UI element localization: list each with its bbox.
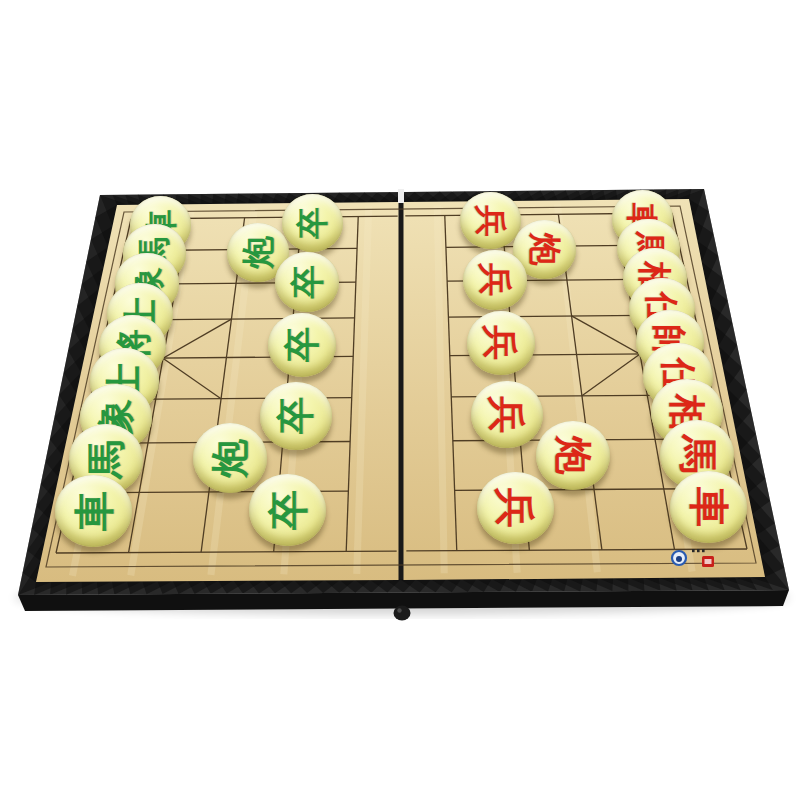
piece-green-soldier[interactable]: 卒 (249, 474, 326, 546)
piece-green-cannon[interactable]: 炮 (193, 423, 267, 493)
piece-green-soldier[interactable]: 卒 (275, 252, 339, 312)
tiny-print-mark (692, 549, 695, 552)
piece-green-soldier[interactable]: 卒 (268, 313, 336, 377)
piece-character: 兵 (495, 488, 535, 528)
tiny-print-mark (697, 549, 700, 552)
piece-character: 兵 (479, 263, 512, 296)
piece-character: 炮 (211, 439, 250, 478)
piece-character: 卒 (284, 327, 319, 362)
piece-character: 車 (74, 491, 114, 531)
hinge-knob-highlight (397, 608, 401, 612)
piece-red-soldier[interactable]: 兵 (471, 381, 543, 448)
piece-red-cannon[interactable]: 炮 (536, 421, 610, 491)
piece-character: 卒 (291, 265, 324, 298)
piece-red-soldier[interactable]: 兵 (463, 250, 527, 310)
piece-character: 炮 (242, 236, 275, 269)
piece-red-soldier[interactable]: 兵 (460, 192, 521, 249)
product-photo: 車卒車兵馬炮馬炮象卒相兵士仕將卒帥兵士仕象卒相兵馬炮馬炮車卒車兵 (0, 0, 800, 800)
piece-character: 炮 (528, 233, 561, 266)
piece-green-soldier[interactable]: 卒 (282, 194, 343, 251)
piece-character: 兵 (475, 205, 507, 237)
piece-character: 卒 (277, 397, 314, 434)
piece-red-soldier[interactable]: 兵 (477, 472, 554, 544)
piece-character: 兵 (488, 396, 525, 433)
maker-badge-center (676, 556, 682, 562)
piece-red-soldier[interactable]: 兵 (467, 311, 535, 375)
hinge-knob (394, 606, 411, 621)
tiny-print-mark (702, 549, 705, 552)
fold-gap (398, 189, 404, 203)
piece-green-chariot[interactable]: 車 (55, 475, 132, 547)
piece-red-chariot[interactable]: 車 (670, 471, 747, 543)
piece-character: 馬 (87, 440, 126, 479)
red-seal-mark (705, 559, 712, 564)
piece-character: 馬 (678, 435, 717, 474)
piece-character: 卒 (268, 490, 308, 530)
piece-character: 炮 (553, 436, 592, 475)
piece-character: 卒 (296, 207, 328, 239)
piece-character: 兵 (483, 325, 518, 360)
piece-character: 車 (689, 487, 729, 527)
piece-green-soldier[interactable]: 卒 (260, 382, 332, 449)
